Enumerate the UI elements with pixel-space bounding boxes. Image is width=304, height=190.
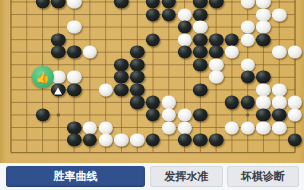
- performance-level-button[interactable]: 发挥水准: [150, 166, 223, 187]
- go-board[interactable]: 👍: [0, 0, 304, 163]
- bad-move-diagnosis-button[interactable]: 坏棋诊断: [227, 166, 299, 187]
- bottom-toolbar: 胜率曲线 发挥水准 坏棋诊断: [0, 163, 304, 190]
- winrate-curve-button[interactable]: 胜率曲线: [6, 166, 145, 187]
- go-analysis-app: 👍 胜率曲线 发挥水准 坏棋诊断: [0, 0, 304, 190]
- thumbs-up-good-move-icon: 👍: [32, 66, 54, 88]
